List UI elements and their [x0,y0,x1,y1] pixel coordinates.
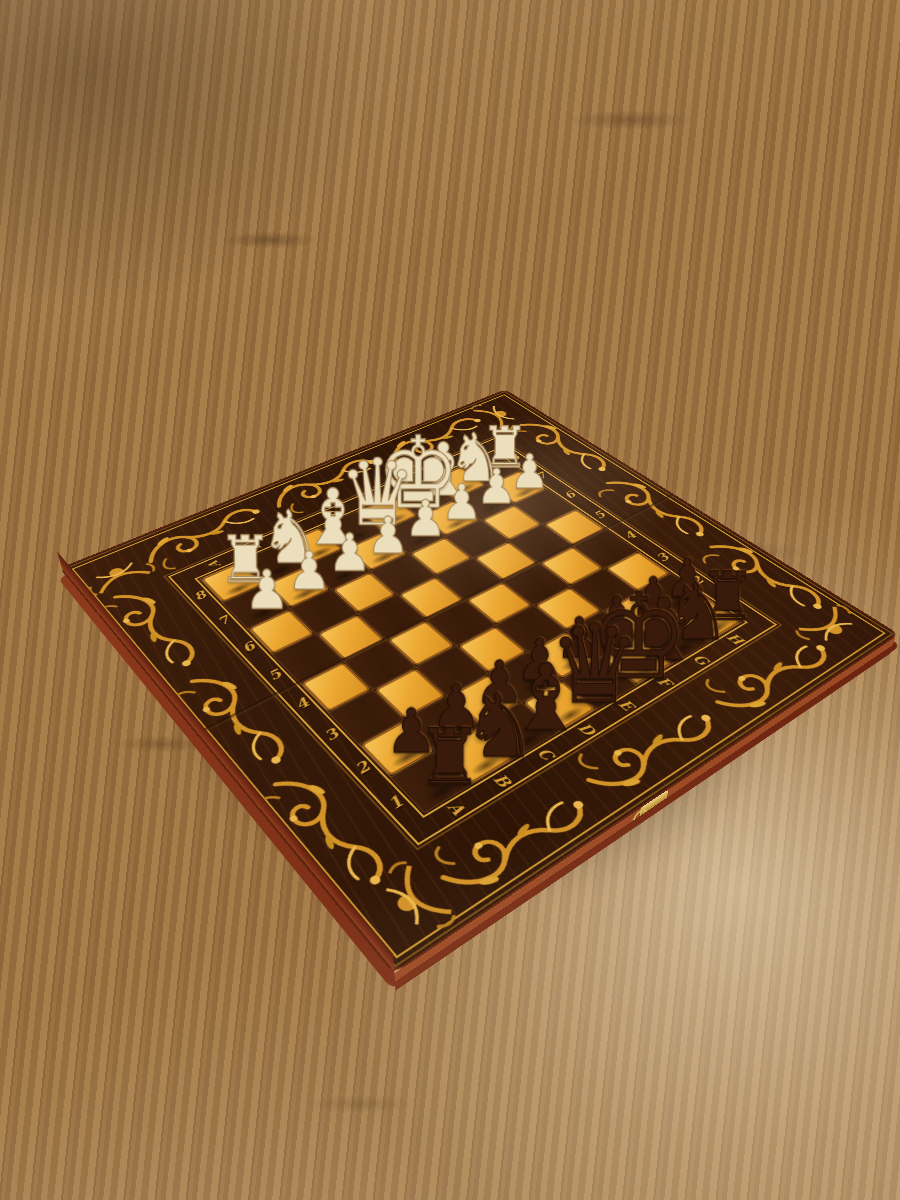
black-rook-a1[interactable]: ♜ [416,719,474,797]
chess-set-photo-scene: ABCDEFGH ABCDEFGH 87654321 87654321 ♜♞♝♛… [0,0,900,1200]
white-pawn-b7[interactable]: ♟ [284,545,333,598]
chess-board: ABCDEFGH ABCDEFGH 87654321 87654321 ♜♞♝♛… [62,390,897,971]
board-anchor: ABCDEFGH ABCDEFGH 87654321 87654321 ♜♞♝♛… [135,270,795,930]
white-pawn-a7[interactable]: ♟ [242,563,292,617]
